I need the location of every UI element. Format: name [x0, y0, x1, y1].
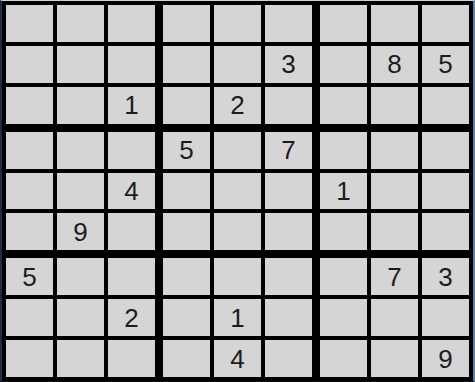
cell-r9c1[interactable] [6, 340, 53, 377]
cell-r3c5[interactable]: 2 [214, 87, 261, 124]
cell-r8c7[interactable] [320, 299, 367, 336]
cell-r9c2[interactable] [57, 340, 104, 377]
cell-r6c3[interactable] [108, 213, 155, 250]
cell-r1c8[interactable] [371, 5, 418, 42]
cell-r1c6[interactable] [265, 5, 312, 42]
cell-r4c3[interactable] [108, 132, 155, 169]
sudoku-board-frame: 38512574195732149 [0, 0, 475, 382]
cell-r3c4[interactable] [163, 87, 210, 124]
cell-r1c2[interactable] [57, 5, 104, 42]
cell-r5c3[interactable]: 4 [108, 173, 155, 210]
cell-r8c3[interactable]: 2 [108, 299, 155, 336]
cell-r6c6[interactable] [265, 213, 312, 250]
cell-r5c6[interactable] [265, 173, 312, 210]
cell-r7c2[interactable] [57, 258, 104, 295]
cell-r9c4[interactable] [163, 340, 210, 377]
cell-r4c7[interactable] [320, 132, 367, 169]
cell-r5c5[interactable] [214, 173, 261, 210]
cell-r7c3[interactable] [108, 258, 155, 295]
cell-r1c5[interactable] [214, 5, 261, 42]
cell-r6c2[interactable]: 9 [57, 213, 104, 250]
cell-r7c8[interactable]: 7 [371, 258, 418, 295]
cell-r7c7[interactable] [320, 258, 367, 295]
cell-r4c9[interactable] [422, 132, 469, 169]
cell-r2c8[interactable]: 8 [371, 46, 418, 83]
cell-r9c7[interactable] [320, 340, 367, 377]
cell-r2c3[interactable] [108, 46, 155, 83]
cell-r3c3[interactable]: 1 [108, 87, 155, 124]
cell-r9c9[interactable]: 9 [422, 340, 469, 377]
cell-r6c9[interactable] [422, 213, 469, 250]
cell-r3c2[interactable] [57, 87, 104, 124]
cell-r4c5[interactable] [214, 132, 261, 169]
cell-r8c1[interactable] [6, 299, 53, 336]
cell-r2c1[interactable] [6, 46, 53, 83]
cell-r5c1[interactable] [6, 173, 53, 210]
cell-r9c6[interactable] [265, 340, 312, 377]
cell-r7c1[interactable]: 5 [6, 258, 53, 295]
cell-r8c5[interactable]: 1 [214, 299, 261, 336]
cell-r8c4[interactable] [163, 299, 210, 336]
cell-r3c1[interactable] [6, 87, 53, 124]
cell-r5c2[interactable] [57, 173, 104, 210]
cell-r1c7[interactable] [320, 5, 367, 42]
cell-r5c4[interactable] [163, 173, 210, 210]
cell-r2c4[interactable] [163, 46, 210, 83]
cell-r4c1[interactable] [6, 132, 53, 169]
cell-r2c9[interactable]: 5 [422, 46, 469, 83]
cell-r8c2[interactable] [57, 299, 104, 336]
cell-r5c7[interactable]: 1 [320, 173, 367, 210]
cell-r3c8[interactable] [371, 87, 418, 124]
cell-r3c7[interactable] [320, 87, 367, 124]
cell-r1c9[interactable] [422, 5, 469, 42]
cell-r4c6[interactable]: 7 [265, 132, 312, 169]
cell-r6c5[interactable] [214, 213, 261, 250]
cell-r1c1[interactable] [6, 5, 53, 42]
cell-r2c7[interactable] [320, 46, 367, 83]
cell-r1c4[interactable] [163, 5, 210, 42]
cell-r4c4[interactable]: 5 [163, 132, 210, 169]
cell-r7c4[interactable] [163, 258, 210, 295]
cell-r9c3[interactable] [108, 340, 155, 377]
cell-r2c5[interactable] [214, 46, 261, 83]
cell-r2c6[interactable]: 3 [265, 46, 312, 83]
cell-r4c2[interactable] [57, 132, 104, 169]
cell-r9c8[interactable] [371, 340, 418, 377]
cell-r2c2[interactable] [57, 46, 104, 83]
cell-r8c8[interactable] [371, 299, 418, 336]
cell-r3c9[interactable] [422, 87, 469, 124]
cell-r3c6[interactable] [265, 87, 312, 124]
cell-r7c9[interactable]: 3 [422, 258, 469, 295]
cell-r1c3[interactable] [108, 5, 155, 42]
cell-r8c9[interactable] [422, 299, 469, 336]
cell-r7c6[interactable] [265, 258, 312, 295]
cell-r6c8[interactable] [371, 213, 418, 250]
cell-r6c1[interactable] [6, 213, 53, 250]
cell-r5c9[interactable] [422, 173, 469, 210]
cell-r6c4[interactable] [163, 213, 210, 250]
cell-r4c8[interactable] [371, 132, 418, 169]
cell-r6c7[interactable] [320, 213, 367, 250]
sudoku-board: 38512574195732149 [2, 1, 473, 381]
cell-r9c5[interactable]: 4 [214, 340, 261, 377]
cell-r8c6[interactable] [265, 299, 312, 336]
cell-r7c5[interactable] [214, 258, 261, 295]
cell-r5c8[interactable] [371, 173, 418, 210]
